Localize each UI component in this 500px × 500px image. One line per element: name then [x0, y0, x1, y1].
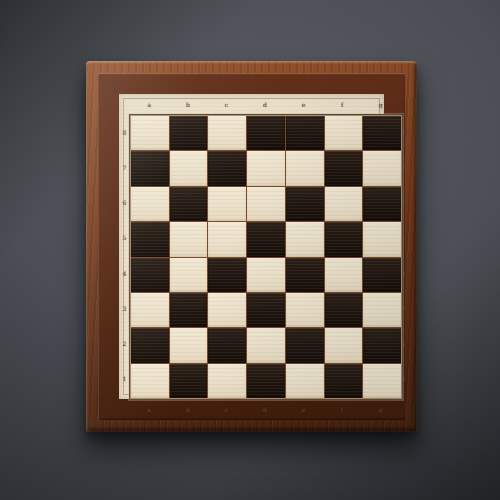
board-square-r3c7[interactable]	[363, 187, 401, 221]
board-square-r2c4[interactable]	[247, 151, 285, 185]
file-label: e	[284, 97, 323, 113]
board-square-r1c1[interactable]	[131, 116, 169, 150]
file-label: e	[284, 399, 323, 421]
board-square-r6c1[interactable]	[131, 293, 169, 327]
board-square-r8c3[interactable]	[208, 364, 246, 398]
file-label: d	[246, 97, 285, 113]
file-label: f	[323, 97, 362, 113]
board-square-r7c1[interactable]	[131, 328, 169, 362]
board-square-r7c2[interactable]	[170, 328, 208, 362]
chess-board-grid	[130, 115, 402, 399]
board-square-r7c4[interactable]	[247, 328, 285, 362]
board-square-r6c4[interactable]	[247, 293, 285, 327]
board-square-r8c2[interactable]	[170, 364, 208, 398]
board-square-r8c6[interactable]	[325, 364, 363, 398]
board-square-r4c2[interactable]	[170, 222, 208, 256]
rank-labels-left: 87654321	[119, 115, 130, 397]
wooden-frame: abcdefg abcdefg 87654321 87654321	[86, 61, 417, 432]
board-square-r1c2[interactable]	[170, 116, 208, 150]
rank-label: 5	[119, 221, 130, 256]
rank-label: 7	[119, 150, 130, 185]
file-label: a	[130, 97, 169, 113]
board-square-r6c3[interactable]	[208, 293, 246, 327]
board-square-r2c7[interactable]	[363, 151, 401, 185]
file-label: a	[130, 399, 169, 421]
file-label: b	[169, 399, 208, 421]
file-label: b	[169, 97, 208, 113]
board-square-r2c5[interactable]	[286, 151, 324, 185]
board-square-r1c5[interactable]	[286, 116, 324, 150]
file-label: g	[361, 399, 400, 421]
board-square-r7c5[interactable]	[286, 328, 324, 362]
board-square-r7c6[interactable]	[325, 328, 363, 362]
board-square-r1c3[interactable]	[208, 116, 246, 150]
rank-label: 6	[119, 186, 130, 221]
wall-background: abcdefg abcdefg 87654321 87654321	[0, 0, 500, 500]
frame-inner-molding: abcdefg abcdefg 87654321 87654321	[98, 73, 405, 420]
board-square-r5c2[interactable]	[170, 258, 208, 292]
board-square-r4c5[interactable]	[286, 222, 324, 256]
board-square-r1c7[interactable]	[363, 116, 401, 150]
board-square-r7c7[interactable]	[363, 328, 401, 362]
board-square-r8c7[interactable]	[363, 364, 401, 398]
board-square-r1c6[interactable]	[325, 116, 363, 150]
file-labels-bottom: abcdefg	[130, 399, 400, 421]
file-label: g	[361, 97, 400, 113]
board-border: abcdefg abcdefg 87654321 87654321	[119, 94, 384, 399]
rank-label: 2	[119, 327, 130, 362]
board-square-r2c1[interactable]	[131, 151, 169, 185]
board-square-r2c6[interactable]	[325, 151, 363, 185]
rank-label: 3	[119, 291, 130, 326]
board-square-r3c5[interactable]	[286, 187, 324, 221]
rank-label: 8	[119, 115, 130, 150]
board-square-r5c5[interactable]	[286, 258, 324, 292]
rank-label: 1	[119, 362, 130, 397]
board-square-r5c1[interactable]	[131, 258, 169, 292]
board-square-r8c5[interactable]	[286, 364, 324, 398]
board-square-r7c3[interactable]	[208, 328, 246, 362]
board-square-r5c7[interactable]	[363, 258, 401, 292]
board-square-r5c3[interactable]	[208, 258, 246, 292]
board-square-r6c2[interactable]	[170, 293, 208, 327]
file-label: d	[246, 399, 285, 421]
board-square-r1c4[interactable]	[247, 116, 285, 150]
board-square-r2c3[interactable]	[208, 151, 246, 185]
board-square-r8c4[interactable]	[247, 364, 285, 398]
board-square-r3c3[interactable]	[208, 187, 246, 221]
file-label: c	[207, 97, 246, 113]
board-square-r4c1[interactable]	[131, 222, 169, 256]
board-square-r2c2[interactable]	[170, 151, 208, 185]
board-square-r4c4[interactable]	[247, 222, 285, 256]
board-square-r3c6[interactable]	[325, 187, 363, 221]
board-square-r3c4[interactable]	[247, 187, 285, 221]
board-square-r4c7[interactable]	[363, 222, 401, 256]
file-labels-top: abcdefg	[130, 97, 400, 113]
board-square-r6c6[interactable]	[325, 293, 363, 327]
board-square-r4c3[interactable]	[208, 222, 246, 256]
rank-label: 4	[119, 256, 130, 291]
board-square-r3c2[interactable]	[170, 187, 208, 221]
board-square-r5c4[interactable]	[247, 258, 285, 292]
board-square-r4c6[interactable]	[325, 222, 363, 256]
board-square-r8c1[interactable]	[131, 364, 169, 398]
board-square-r6c7[interactable]	[363, 293, 401, 327]
board-square-r3c1[interactable]	[131, 187, 169, 221]
board-square-r6c5[interactable]	[286, 293, 324, 327]
file-label: c	[207, 399, 246, 421]
board-square-r5c6[interactable]	[325, 258, 363, 292]
file-label: f	[323, 399, 362, 421]
